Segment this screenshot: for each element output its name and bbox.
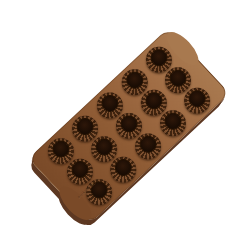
cavity-hole [92, 135, 116, 159]
cavity-hole [87, 178, 111, 202]
cavity-hole [161, 109, 185, 133]
cavity-hole [142, 89, 166, 113]
cavity-hole [185, 87, 209, 111]
cavity-grid [30, 29, 229, 223]
cavity-hole [117, 112, 141, 136]
cavity-hole [147, 46, 171, 70]
product-photo-canvas: silikomart [0, 0, 250, 250]
chocolate-mold-tray: silikomart [28, 28, 230, 225]
cavity-hole [136, 132, 160, 156]
cavity-hole [68, 158, 92, 182]
cavity-hole [73, 114, 97, 138]
cavity-hole [112, 155, 136, 179]
cavity-hole [123, 68, 147, 92]
cavity-hole [98, 91, 122, 115]
cavity-hole [49, 137, 73, 161]
cavity-hole [166, 66, 190, 90]
